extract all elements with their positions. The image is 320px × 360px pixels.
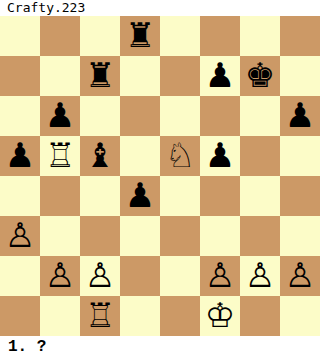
square-f8[interactable] [200, 16, 240, 56]
piece-black-rook[interactable]: ♜ [125, 15, 155, 55]
square-e1[interactable] [160, 296, 200, 336]
square-d3[interactable] [120, 216, 160, 256]
chess-board: ♜♜♟♚♟♟♟♖♝♘♟♟♙♙♙♙♙♙♖♔ [0, 16, 320, 336]
piece-white-pawn[interactable]: ♙ [245, 255, 275, 295]
square-a6[interactable] [0, 96, 40, 136]
piece-white-rook[interactable]: ♖ [45, 135, 75, 175]
square-g1[interactable] [240, 296, 280, 336]
square-f7[interactable]: ♟ [200, 56, 240, 96]
square-f4[interactable] [200, 176, 240, 216]
square-d2[interactable] [120, 256, 160, 296]
window-title: Crafty.223 [0, 0, 320, 16]
square-c4[interactable] [80, 176, 120, 216]
square-e7[interactable] [160, 56, 200, 96]
piece-black-pawn[interactable]: ♟ [45, 95, 75, 135]
piece-black-pawn[interactable]: ♟ [285, 95, 315, 135]
square-a4[interactable] [0, 176, 40, 216]
square-g6[interactable] [240, 96, 280, 136]
square-f3[interactable] [200, 216, 240, 256]
square-a8[interactable] [0, 16, 40, 56]
square-h6[interactable]: ♟ [280, 96, 320, 136]
square-f1[interactable]: ♔ [200, 296, 240, 336]
move-prompt: 1. ? [0, 336, 320, 360]
piece-white-king[interactable]: ♔ [205, 295, 235, 335]
piece-white-rook[interactable]: ♖ [85, 295, 115, 335]
square-d6[interactable] [120, 96, 160, 136]
square-g8[interactable] [240, 16, 280, 56]
square-b3[interactable] [40, 216, 80, 256]
square-h8[interactable] [280, 16, 320, 56]
square-e6[interactable] [160, 96, 200, 136]
piece-white-pawn[interactable]: ♙ [5, 215, 35, 255]
square-e5[interactable]: ♘ [160, 136, 200, 176]
square-f5[interactable]: ♟ [200, 136, 240, 176]
square-b7[interactable] [40, 56, 80, 96]
square-h5[interactable] [280, 136, 320, 176]
piece-black-pawn[interactable]: ♟ [125, 175, 155, 215]
square-b6[interactable]: ♟ [40, 96, 80, 136]
square-a5[interactable]: ♟ [0, 136, 40, 176]
chess-gui-window: { "window": { "title": "Crafty.223", "mo… [0, 0, 320, 360]
piece-black-bishop[interactable]: ♝ [85, 135, 115, 175]
square-a2[interactable] [0, 256, 40, 296]
square-b8[interactable] [40, 16, 80, 56]
square-a1[interactable] [0, 296, 40, 336]
square-g2[interactable]: ♙ [240, 256, 280, 296]
piece-white-pawn[interactable]: ♙ [205, 255, 235, 295]
square-h3[interactable] [280, 216, 320, 256]
square-c7[interactable]: ♜ [80, 56, 120, 96]
piece-black-king[interactable]: ♚ [245, 55, 275, 95]
square-c5[interactable]: ♝ [80, 136, 120, 176]
square-f2[interactable]: ♙ [200, 256, 240, 296]
square-g4[interactable] [240, 176, 280, 216]
piece-black-pawn[interactable]: ♟ [5, 135, 35, 175]
square-g7[interactable]: ♚ [240, 56, 280, 96]
piece-white-pawn[interactable]: ♙ [285, 255, 315, 295]
square-a7[interactable] [0, 56, 40, 96]
square-c8[interactable] [80, 16, 120, 56]
square-b1[interactable] [40, 296, 80, 336]
square-e3[interactable] [160, 216, 200, 256]
square-a3[interactable]: ♙ [0, 216, 40, 256]
square-h1[interactable] [280, 296, 320, 336]
square-c1[interactable]: ♖ [80, 296, 120, 336]
square-c2[interactable]: ♙ [80, 256, 120, 296]
square-d5[interactable] [120, 136, 160, 176]
square-e2[interactable] [160, 256, 200, 296]
square-g5[interactable] [240, 136, 280, 176]
piece-black-pawn[interactable]: ♟ [205, 135, 235, 175]
square-f6[interactable] [200, 96, 240, 136]
square-d7[interactable] [120, 56, 160, 96]
piece-black-rook[interactable]: ♜ [85, 55, 115, 95]
square-g3[interactable] [240, 216, 280, 256]
square-h4[interactable] [280, 176, 320, 216]
piece-white-knight[interactable]: ♘ [165, 135, 195, 175]
piece-white-pawn[interactable]: ♙ [45, 255, 75, 295]
square-c6[interactable] [80, 96, 120, 136]
square-c3[interactable] [80, 216, 120, 256]
square-e8[interactable] [160, 16, 200, 56]
square-b2[interactable]: ♙ [40, 256, 80, 296]
piece-white-pawn[interactable]: ♙ [85, 255, 115, 295]
square-h2[interactable]: ♙ [280, 256, 320, 296]
piece-black-pawn[interactable]: ♟ [205, 55, 235, 95]
square-d8[interactable]: ♜ [120, 16, 160, 56]
square-d4[interactable]: ♟ [120, 176, 160, 216]
square-e4[interactable] [160, 176, 200, 216]
square-d1[interactable] [120, 296, 160, 336]
square-b5[interactable]: ♖ [40, 136, 80, 176]
square-b4[interactable] [40, 176, 80, 216]
square-h7[interactable] [280, 56, 320, 96]
